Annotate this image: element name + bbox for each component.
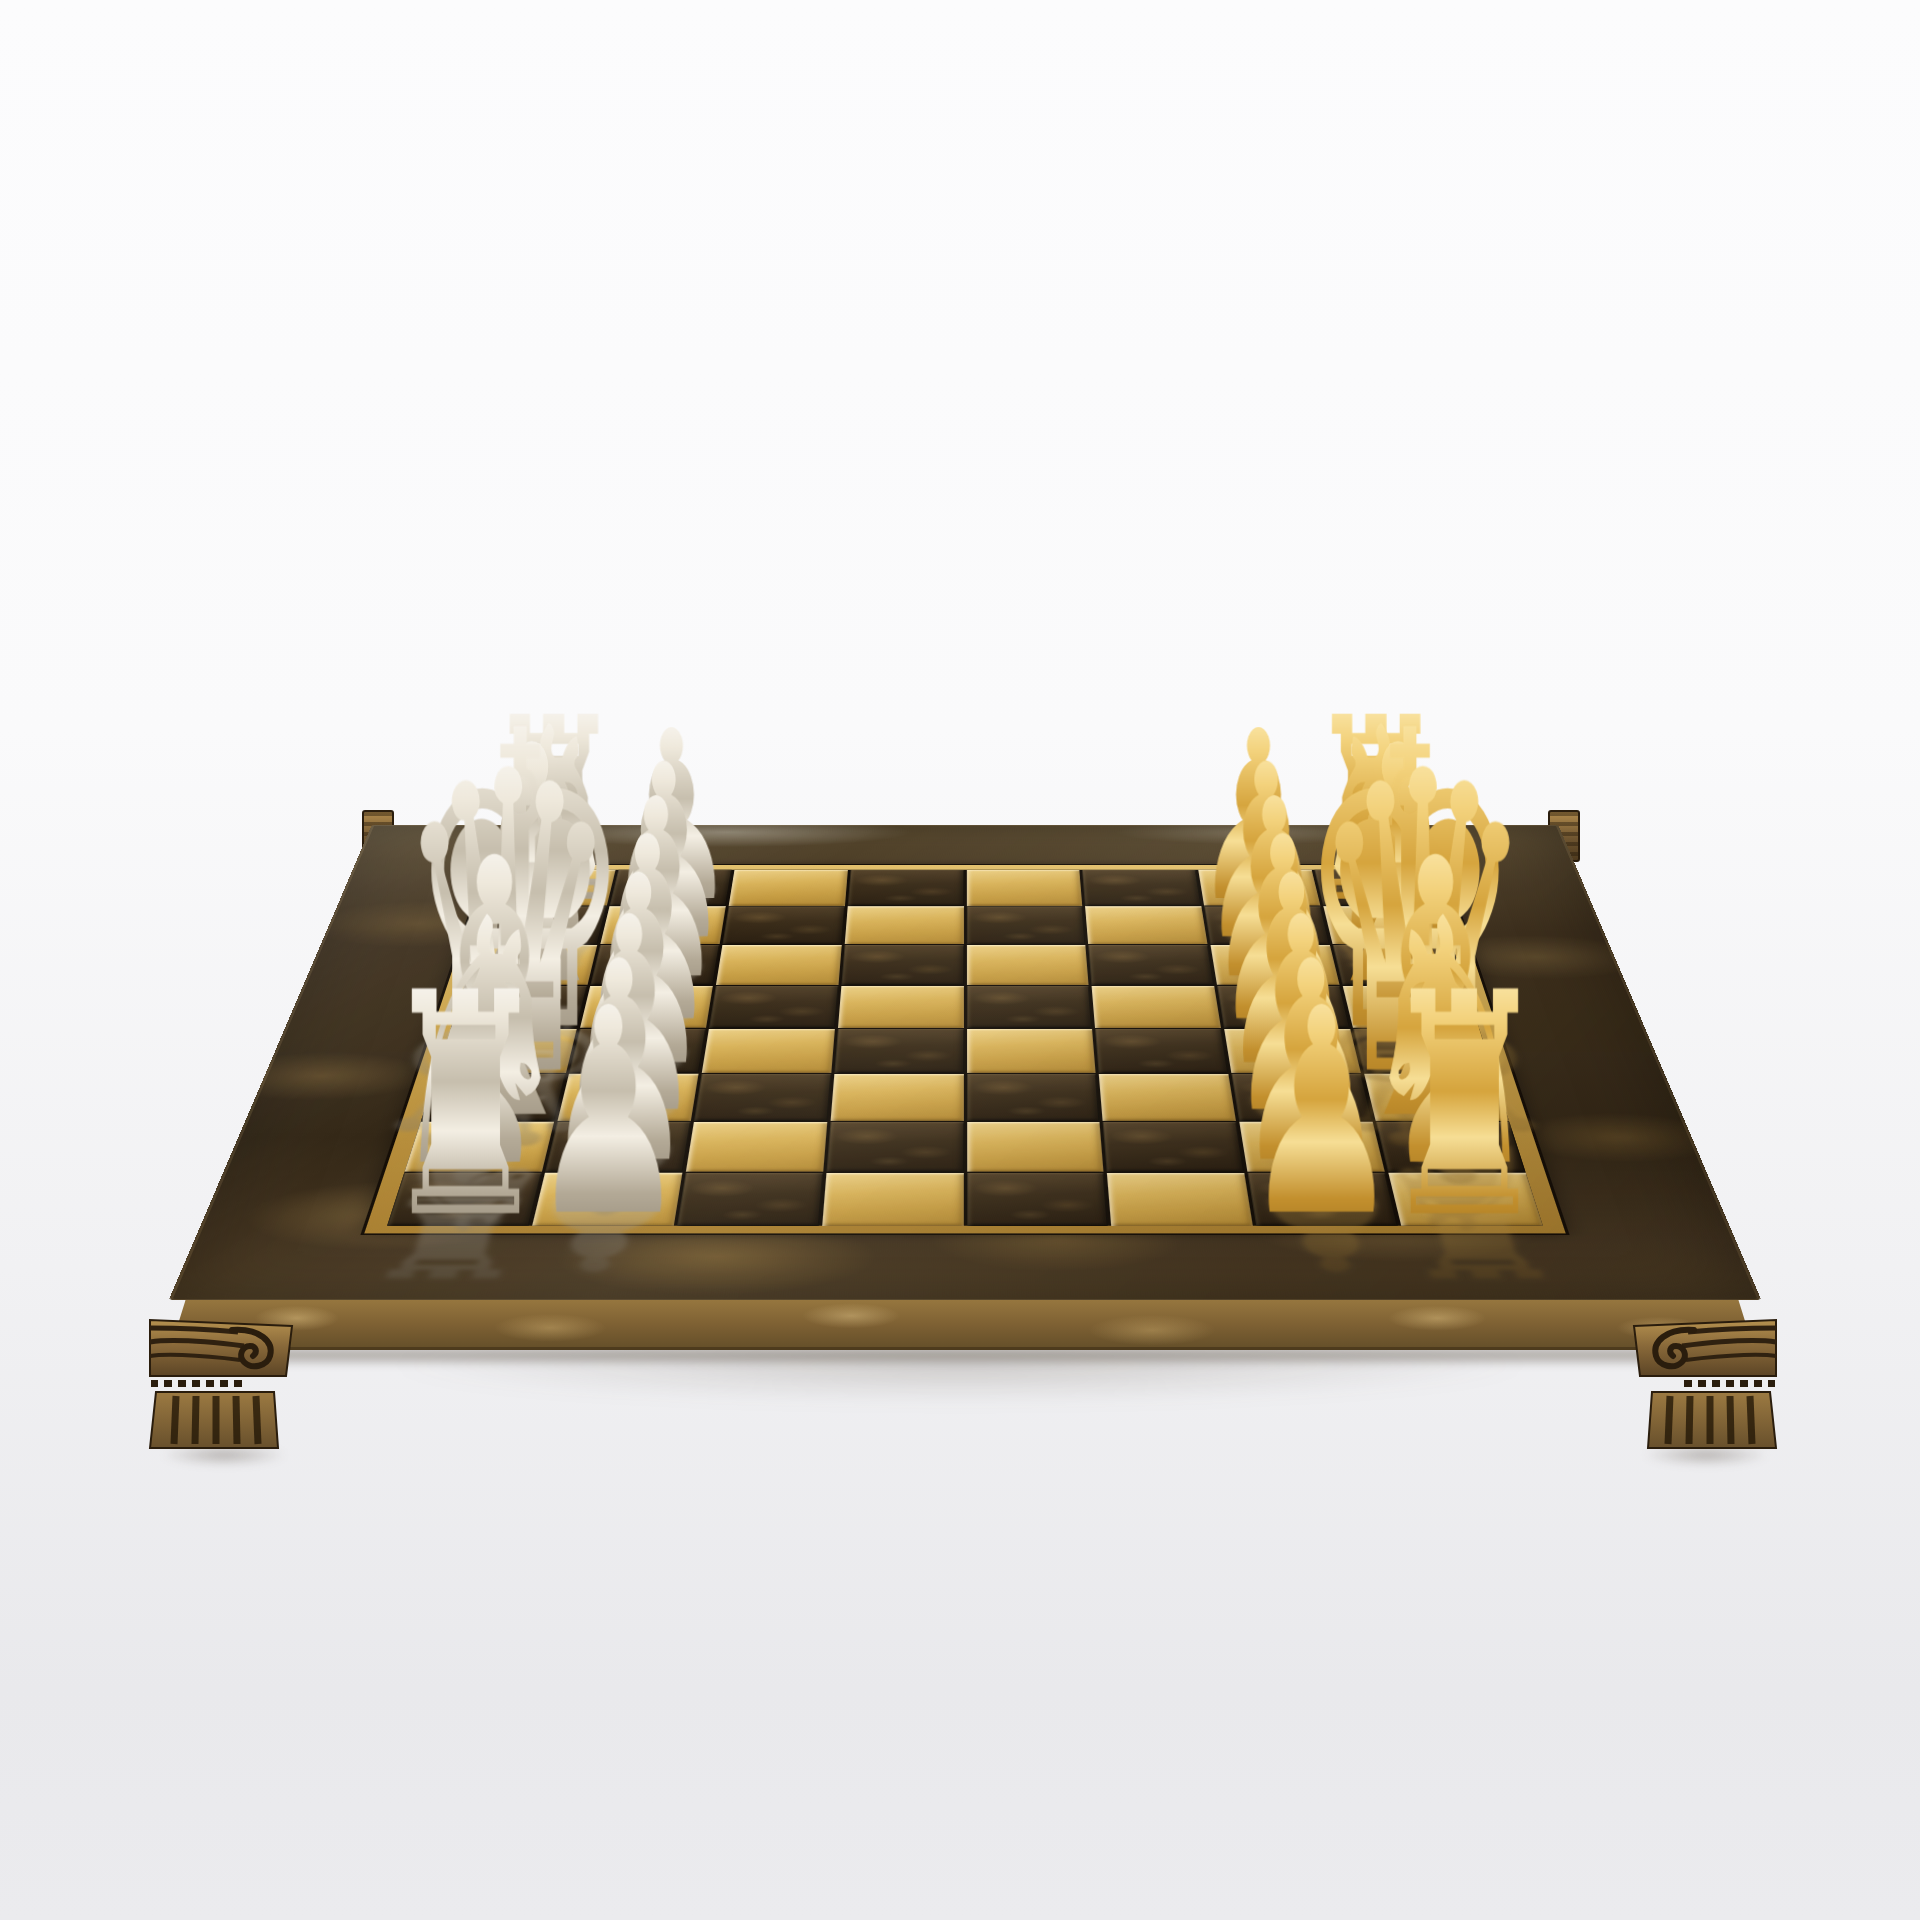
silver-pawn: ♟	[542, 925, 695, 1201]
square-b8: ♞♞	[1376, 1122, 1525, 1172]
back-right-foot	[1548, 810, 1580, 862]
square-e1: ♚♚	[451, 986, 587, 1028]
square-c1: ♝♝	[421, 1074, 566, 1121]
square-g4	[844, 906, 963, 944]
square-e5	[966, 986, 1092, 1028]
board-grid: ♜♜♟♟♟♟♜♜♞♞♟♟♟♟♞♞♝♝♟♟♟♟♝♝♚♚♟♟♟♟♚♚♛♛♟♟♟♟♛♛…	[387, 870, 1543, 1226]
gold-pawn-reflection: ♟	[1241, 1183, 1423, 1284]
front-edge-band	[170, 1299, 1754, 1350]
square-b1: ♞♞	[405, 1122, 554, 1172]
square-b2: ♟♟	[545, 1122, 690, 1172]
square-g5	[966, 906, 1085, 944]
silver-pawn: ♟	[529, 971, 687, 1256]
square-h2: ♟♟	[610, 870, 732, 906]
silver-pawn-reflection: ♟	[592, 877, 738, 945]
gold-bishop-reflection: ♝	[1304, 949, 1519, 1050]
gold-bishop-reflection: ♝	[1333, 1079, 1570, 1199]
silver-pawn-reflection: ♟	[560, 994, 720, 1074]
gold-knight: ♞	[1305, 689, 1469, 985]
square-a2: ♟♟	[532, 1173, 682, 1226]
front-left-foot	[146, 1316, 296, 1452]
gold-pawn-reflection: ♟	[1217, 1037, 1382, 1121]
back-left-foot	[362, 810, 394, 862]
square-a7: ♟♟	[1248, 1173, 1398, 1226]
silver-bishop: ♝	[441, 703, 623, 1030]
silver-pawn-reflection: ♟	[522, 1132, 698, 1227]
square-f7: ♟♟	[1211, 945, 1340, 985]
square-b4	[826, 1122, 963, 1172]
gold-pawn-reflection: ♟	[1232, 1132, 1408, 1227]
silver-pawn-reflection: ♟	[548, 1037, 713, 1121]
square-g6	[1085, 906, 1207, 944]
gold-king: ♚	[1296, 679, 1524, 1088]
gold-pawn-reflection: ♟	[1211, 994, 1371, 1074]
square-b6	[1103, 1122, 1244, 1172]
square-c8: ♝♝	[1364, 1074, 1509, 1121]
gold-pawn: ♟	[1234, 925, 1387, 1201]
square-g2: ♟♟	[600, 906, 725, 944]
silver-knight-reflection: ♞	[435, 911, 628, 1000]
silver-pawn-reflection: ♟	[571, 953, 726, 1028]
square-d2: ♟♟	[569, 1029, 706, 1073]
product-photo-scene: ♜♜♟♟♟♟♜♜♞♞♟♟♟♟♞♞♝♝♟♟♟♟♝♝♚♚♟♟♟♟♚♚♛♛♟♟♟♟♛♛…	[0, 0, 1920, 1920]
gold-pawn: ♟	[1243, 971, 1401, 1256]
gold-pawn: ♟	[1219, 842, 1364, 1103]
square-d4	[834, 1029, 963, 1073]
gold-bishop: ♝	[1307, 703, 1489, 1030]
gold-pawn: ♟	[1200, 733, 1334, 973]
gold-knight-reflection: ♞	[1302, 911, 1495, 1000]
silver-pawn: ♟	[587, 767, 724, 1014]
square-h5	[966, 870, 1082, 906]
gold-queen: ♛	[1307, 718, 1538, 1134]
square-c2: ♟♟	[557, 1074, 698, 1121]
square-e7: ♟♟	[1217, 986, 1350, 1028]
gold-pawn: ♟	[1194, 700, 1324, 934]
silver-pawn: ♟	[597, 733, 731, 973]
silver-queen: ♛	[392, 718, 623, 1134]
gloss-overlay	[169, 825, 1762, 1300]
square-g7: ♟♟	[1204, 906, 1329, 944]
gold-pawn: ♟	[1212, 803, 1353, 1056]
square-h3	[728, 870, 847, 906]
square-e8: ♚♚	[1343, 986, 1479, 1028]
square-f8: ♝♝	[1333, 945, 1465, 985]
gold-pawn-reflection: ♟	[1198, 914, 1348, 986]
silver-rook: ♜	[483, 685, 624, 938]
silver-king: ♚	[406, 679, 634, 1088]
silver-queen-reflection: ♛	[350, 1030, 627, 1168]
square-f1: ♝♝	[465, 945, 597, 985]
gold-rook: ♜	[1306, 685, 1447, 938]
gold-pawn-reflection: ♟	[1192, 877, 1338, 945]
square-a8: ♜♜	[1388, 1173, 1542, 1226]
gold-knight: ♞	[1355, 875, 1544, 1215]
square-g8: ♞♞	[1323, 906, 1451, 944]
front-edge-shadow	[215, 1348, 1705, 1362]
silver-bishop-reflection: ♝	[360, 1079, 597, 1199]
square-b5	[967, 1122, 1104, 1172]
gold-rook: ♜	[1379, 953, 1550, 1261]
square-e2: ♟♟	[580, 986, 713, 1028]
square-f2: ♟♟	[590, 945, 719, 985]
gold-pawn-reflection: ♟	[1225, 1083, 1395, 1172]
silver-pawn: ♟	[577, 803, 718, 1056]
silver-knight-reflection: ♞	[351, 1129, 578, 1247]
square-c6	[1099, 1074, 1236, 1121]
square-a1: ♜♜	[387, 1173, 541, 1226]
silver-knight: ♞	[386, 875, 575, 1215]
square-h6	[1082, 870, 1201, 906]
chess-board: ♜♜♟♟♟♟♜♜♞♞♟♟♟♟♞♞♝♝♟♟♟♟♝♝♚♚♟♟♟♟♚♚♛♛♟♟♟♟♛♛…	[169, 825, 1762, 1300]
front-right-foot	[1630, 1316, 1780, 1452]
silver-king-reflection: ♚	[366, 987, 638, 1119]
gold-bishop: ♝	[1337, 812, 1535, 1168]
square-a6	[1107, 1173, 1253, 1226]
square-f5	[966, 945, 1088, 985]
gold-pawn-reflection: ♟	[1204, 953, 1359, 1028]
gold-queen-reflection: ♛	[1303, 1030, 1580, 1168]
square-c3	[694, 1074, 831, 1121]
square-d1: ♛♛	[437, 1029, 577, 1073]
square-d8: ♛♛	[1353, 1029, 1493, 1073]
square-f6	[1089, 945, 1215, 985]
silver-rook: ♜	[380, 953, 551, 1261]
square-b3	[686, 1122, 827, 1172]
perspective-stage: ♜♜♟♟♟♟♜♜♞♞♟♟♟♟♞♞♝♝♟♟♟♟♝♝♚♚♟♟♟♟♚♚♛♛♟♟♟♟♛♛…	[0, 0, 1920, 1920]
silver-rook-reflection: ♜	[462, 876, 626, 950]
square-h4	[847, 870, 963, 906]
square-h7: ♟♟	[1198, 870, 1320, 906]
square-c7: ♟♟	[1232, 1074, 1373, 1121]
gold-rook-reflection: ♜	[1375, 1182, 1581, 1292]
square-b7: ♟♟	[1240, 1122, 1385, 1172]
square-a4	[822, 1173, 964, 1226]
gold-pawn: ♟	[1227, 882, 1376, 1150]
silver-pawn: ♟	[554, 882, 703, 1150]
silver-pawn-reflection: ♟	[507, 1183, 689, 1284]
square-a3	[677, 1173, 823, 1226]
square-g3	[722, 906, 844, 944]
silver-bishop: ♝	[395, 812, 593, 1168]
square-d5	[967, 1029, 1096, 1073]
silver-pawn-reflection: ♟	[535, 1083, 705, 1172]
gold-pawn: ♟	[1206, 767, 1343, 1014]
silver-pawn: ♟	[566, 842, 711, 1103]
square-e6	[1092, 986, 1221, 1028]
gold-king-reflection: ♚	[1292, 987, 1564, 1119]
square-d3	[702, 1029, 835, 1073]
silver-pawn-reflection: ♟	[582, 914, 732, 986]
gold-rook-reflection: ♜	[1303, 876, 1467, 950]
square-d7: ♟♟	[1224, 1029, 1361, 1073]
silver-knight: ♞	[461, 689, 625, 985]
square-e4	[838, 986, 964, 1028]
square-g1: ♞♞	[478, 906, 606, 944]
gold-knight-reflection: ♞	[1352, 1129, 1579, 1247]
silver-rook-reflection: ♜	[348, 1182, 554, 1292]
square-c4	[830, 1074, 963, 1121]
square-e3	[709, 986, 838, 1028]
square-f3	[716, 945, 842, 985]
square-h8: ♜♜	[1314, 870, 1439, 906]
square-h1: ♜♜	[491, 870, 616, 906]
square-d6	[1095, 1029, 1228, 1073]
silver-bishop-reflection: ♝	[411, 949, 626, 1050]
square-a5	[967, 1173, 1109, 1226]
square-f4	[841, 945, 963, 985]
brass-base-plate	[364, 865, 1565, 1234]
square-c5	[967, 1074, 1100, 1121]
silver-pawn: ♟	[606, 700, 736, 934]
